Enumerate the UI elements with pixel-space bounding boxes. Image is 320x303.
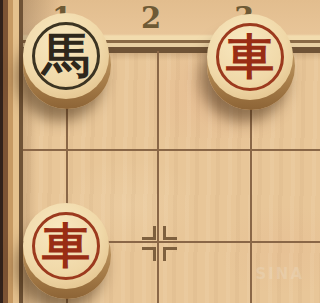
cannon-point-marker: [163, 247, 177, 261]
sina-watermark: SINA: [255, 265, 304, 283]
file-label-2: 2: [139, 2, 163, 34]
grid-line-file-2: [157, 51, 159, 303]
red-chariot-glyph: 車: [207, 13, 293, 100]
red-chariot-piece-top[interactable]: 車: [206, 13, 296, 112]
board-left-rail: [0, 0, 23, 303]
cannon-point-marker: [163, 226, 177, 240]
cannon-point-marker: [142, 247, 156, 261]
grid-line-rank-9: [22, 149, 320, 151]
cannon-point-marker: [142, 226, 156, 240]
red-chariot-glyph: 車: [23, 202, 109, 289]
black-horse-glyph: 馬: [23, 12, 109, 99]
black-horse-piece[interactable]: 馬: [22, 12, 112, 111]
xiangqi-board-corner[interactable]: 1 2 3 馬 車 車 SINA: [0, 0, 320, 303]
red-chariot-piece-left[interactable]: 車: [22, 202, 112, 301]
